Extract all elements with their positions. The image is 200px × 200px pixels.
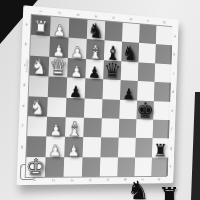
black-knight-a4[interactable]: ♞ [87,20,105,41]
white-pawn-g2[interactable]: ♟ [46,137,65,157]
white-pawn-a2[interactable]: ♟ [50,17,69,38]
coordinate-label: 6 [128,17,132,20]
white-knight-c1[interactable]: ♞ [29,55,49,76]
coordinate-label: d [172,89,174,94]
coordinate-label: 6 [123,178,127,180]
playing-area: ♜♟♟♟♝♞♛♟♞♟♝♟♟♚♞♝♞♟♛♟♟♚♜ [25,14,172,178]
coordinate-label: b [173,52,175,57]
coordinate-label: 4 [88,179,93,181]
coordinate-label: 5 [111,16,115,19]
black-rook-g8[interactable]: ♜ [152,138,169,157]
coordinate-label: h [169,164,171,169]
piece-glyph: ♞ [87,21,104,42]
piece-glyph: ♟ [48,143,62,159]
coordinate-label: d [23,82,26,87]
coordinate-label: 1 [38,9,43,12]
coordinate-label: c [24,62,26,67]
table-edge-band-right [191,92,200,200]
piece-glyph: ♟ [69,84,83,100]
black-pawn-d6[interactable]: ♟ [120,80,138,100]
piece-glyph: ♜ [32,18,49,38]
coordinate-label: 4 [93,14,98,17]
white-bishop-f3[interactable]: ♝ [65,117,84,137]
white-pawn-f2[interactable]: ♟ [46,117,65,137]
piece-glyph: ♚ [136,100,154,122]
white-pawn-g3[interactable]: ♟ [64,137,83,157]
coordinate-label: 2 [57,11,62,14]
piece-glyph: ♟ [88,65,101,81]
white-pawn-c3[interactable]: ♟ [67,58,86,79]
piece-glyph: ♞ [28,97,47,118]
chess-board: chess ♔ 12345678 12345678 abcdefgh abcde… [17,5,179,185]
coordinate-label: e [171,108,173,113]
black-pawn-c4[interactable]: ♟ [85,59,104,79]
coordinate-label: 5 [105,178,109,180]
coordinate-label: e [22,103,25,108]
black-knight-b6[interactable]: ♞ [121,42,139,62]
coordinate-label: g [21,144,24,149]
black-queen-c5[interactable]: ♛ [103,60,121,80]
coordinate-label: 7 [140,178,144,180]
coordinate-label: a [174,33,176,38]
coordinate-label: f [22,123,24,128]
coordinate-label: 3 [75,13,80,16]
piece-glyph: ♛ [103,60,121,82]
coordinate-label: 3 [69,179,74,182]
white-king-h1[interactable]: ♚ [26,157,46,177]
piece-glyph: ♞ [30,57,49,79]
coordinate-label: h [20,164,23,169]
white-knight-e1[interactable]: ♞ [28,96,48,117]
coordinate-label: f [171,127,172,132]
captured-black-rook: ♜ [158,184,180,200]
black-king-e7[interactable]: ♚ [136,100,153,119]
piece-glyph: ♛ [49,57,68,80]
coordinate-label: c [173,71,175,76]
coordinate-label: 2 [51,179,56,182]
coordinate-label: b [24,42,27,47]
black-pawn-d3[interactable]: ♟ [66,78,85,99]
piece-glyph: ♚ [25,156,46,179]
piece-glyph: ♟ [122,86,135,102]
coordinate-label: g [170,145,172,150]
piece-glyph: ♞ [122,43,139,64]
piece-glyph: ♟ [67,143,81,159]
white-rook-a1[interactable]: ♜ [31,15,51,37]
coordinate-label: 8 [162,20,166,23]
piece-layer: ♜♟♟♟♝♞♛♟♞♟♝♟♟♚♞♝♞♟♛♟♟♚♜ [26,15,172,177]
chessboard-photo: chess ♔ 12345678 12345678 abcdefgh abcde… [0,0,200,200]
coordinate-label: 7 [145,19,149,22]
white-pawn-b3[interactable]: ♟ [68,38,87,59]
piece-glyph: ♜ [153,142,168,160]
coordinate-label: 8 [156,178,160,180]
white-queen-c2[interactable]: ♛ [49,57,68,78]
coordinate-label: a [25,21,28,26]
